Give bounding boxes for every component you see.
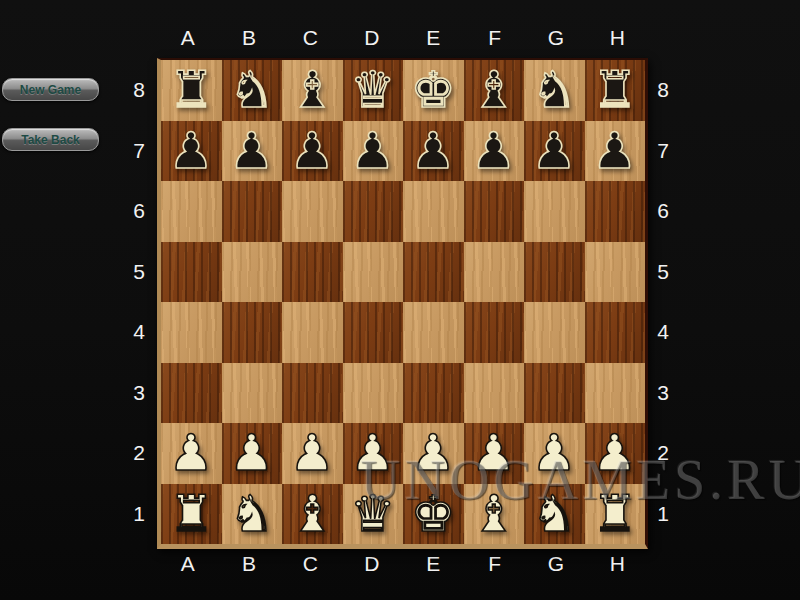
file-label-bottom-c: C xyxy=(280,552,341,576)
square-c6[interactable] xyxy=(282,181,343,242)
piece-white-rook[interactable]: ♜ xyxy=(161,484,222,545)
square-e7[interactable]: ♟ xyxy=(403,121,464,182)
square-b1[interactable]: ♞ xyxy=(222,484,283,545)
piece-black-knight[interactable]: ♞ xyxy=(222,60,283,121)
square-d8[interactable]: ♛ xyxy=(343,60,404,121)
piece-white-pawn[interactable]: ♟ xyxy=(161,423,222,484)
piece-white-rook[interactable]: ♜ xyxy=(585,484,646,545)
square-f1[interactable]: ♝ xyxy=(464,484,525,545)
file-label-top-f: F xyxy=(464,26,525,50)
piece-black-bishop[interactable]: ♝ xyxy=(464,60,525,121)
square-a4[interactable] xyxy=(161,302,222,363)
file-label-top-c: C xyxy=(280,26,341,50)
square-a7[interactable]: ♟ xyxy=(161,121,222,182)
square-c1[interactable]: ♝ xyxy=(282,484,343,545)
square-a5[interactable] xyxy=(161,242,222,303)
square-c2[interactable]: ♟ xyxy=(282,423,343,484)
file-label-bottom-a: A xyxy=(157,552,218,576)
piece-black-pawn[interactable]: ♟ xyxy=(585,121,646,182)
square-f2[interactable]: ♟ xyxy=(464,423,525,484)
square-d6[interactable] xyxy=(343,181,404,242)
piece-black-pawn[interactable]: ♟ xyxy=(403,121,464,182)
piece-white-pawn[interactable]: ♟ xyxy=(222,423,283,484)
square-e5[interactable] xyxy=(403,242,464,303)
piece-black-king[interactable]: ♚ xyxy=(403,60,464,121)
square-g6[interactable] xyxy=(524,181,585,242)
square-c3[interactable] xyxy=(282,363,343,424)
piece-white-pawn[interactable]: ♟ xyxy=(343,423,404,484)
square-b8[interactable]: ♞ xyxy=(222,60,283,121)
take-back-button[interactable]: Take Back xyxy=(2,128,99,151)
piece-white-pawn[interactable]: ♟ xyxy=(282,423,343,484)
square-f8[interactable]: ♝ xyxy=(464,60,525,121)
piece-white-bishop[interactable]: ♝ xyxy=(464,484,525,545)
chess-app-window: New Game Take Back ABCDEFGH ABCDEFGH 876… xyxy=(0,0,800,600)
square-h1[interactable]: ♜ xyxy=(585,484,646,545)
rank-label-right-8: 8 xyxy=(648,60,678,121)
square-h6[interactable] xyxy=(585,181,646,242)
square-d3[interactable] xyxy=(343,363,404,424)
rank-labels-left: 87654321 xyxy=(124,60,154,544)
piece-white-pawn[interactable]: ♟ xyxy=(585,423,646,484)
square-d7[interactable]: ♟ xyxy=(343,121,404,182)
piece-white-knight[interactable]: ♞ xyxy=(524,484,585,545)
rank-label-right-5: 5 xyxy=(648,242,678,303)
rank-label-left-7: 7 xyxy=(124,121,154,182)
square-h5[interactable] xyxy=(585,242,646,303)
square-e1[interactable]: ♚ xyxy=(403,484,464,545)
square-h2[interactable]: ♟ xyxy=(585,423,646,484)
rank-labels-right: 87654321 xyxy=(648,60,678,544)
square-e4[interactable] xyxy=(403,302,464,363)
square-g5[interactable] xyxy=(524,242,585,303)
file-label-bottom-e: E xyxy=(403,552,464,576)
square-e2[interactable]: ♟ xyxy=(403,423,464,484)
square-g3[interactable] xyxy=(524,363,585,424)
piece-black-pawn[interactable]: ♟ xyxy=(222,121,283,182)
piece-black-pawn[interactable]: ♟ xyxy=(161,121,222,182)
square-g7[interactable]: ♟ xyxy=(524,121,585,182)
square-g4[interactable] xyxy=(524,302,585,363)
piece-white-pawn[interactable]: ♟ xyxy=(464,423,525,484)
piece-black-pawn[interactable]: ♟ xyxy=(464,121,525,182)
rank-label-left-3: 3 xyxy=(124,363,154,424)
rank-label-right-3: 3 xyxy=(648,363,678,424)
chess-board: ♜♞♝♛♚♝♞♜♟♟♟♟♟♟♟♟♟♟♟♟♟♟♟♟♜♞♝♛♚♝♞♜ xyxy=(161,60,645,544)
square-e8[interactable]: ♚ xyxy=(403,60,464,121)
piece-black-queen[interactable]: ♛ xyxy=(343,60,404,121)
piece-black-pawn[interactable]: ♟ xyxy=(282,121,343,182)
piece-black-pawn[interactable]: ♟ xyxy=(524,121,585,182)
rank-label-left-6: 6 xyxy=(124,181,154,242)
file-label-top-d: D xyxy=(341,26,402,50)
square-d5[interactable] xyxy=(343,242,404,303)
square-f5[interactable] xyxy=(464,242,525,303)
square-c5[interactable] xyxy=(282,242,343,303)
file-label-bottom-h: H xyxy=(587,552,648,576)
square-c4[interactable] xyxy=(282,302,343,363)
square-f7[interactable]: ♟ xyxy=(464,121,525,182)
square-d4[interactable] xyxy=(343,302,404,363)
square-b2[interactable]: ♟ xyxy=(222,423,283,484)
square-e6[interactable] xyxy=(403,181,464,242)
square-d2[interactable]: ♟ xyxy=(343,423,404,484)
new-game-button[interactable]: New Game xyxy=(2,78,99,101)
piece-white-pawn[interactable]: ♟ xyxy=(524,423,585,484)
square-a1[interactable]: ♜ xyxy=(161,484,222,545)
square-h3[interactable] xyxy=(585,363,646,424)
file-labels-bottom: ABCDEFGH xyxy=(157,552,648,576)
piece-white-king[interactable]: ♚ xyxy=(403,484,464,545)
square-g2[interactable]: ♟ xyxy=(524,423,585,484)
rank-label-left-8: 8 xyxy=(124,60,154,121)
rank-label-left-4: 4 xyxy=(124,302,154,363)
piece-black-bishop[interactable]: ♝ xyxy=(282,60,343,121)
piece-black-rook[interactable]: ♜ xyxy=(585,60,646,121)
square-a6[interactable] xyxy=(161,181,222,242)
square-h4[interactable] xyxy=(585,302,646,363)
file-label-bottom-g: G xyxy=(525,552,586,576)
piece-black-rook[interactable]: ♜ xyxy=(161,60,222,121)
square-b7[interactable]: ♟ xyxy=(222,121,283,182)
square-g8[interactable]: ♞ xyxy=(524,60,585,121)
square-d1[interactable]: ♛ xyxy=(343,484,404,545)
chess-board-frame: ♜♞♝♛♚♝♞♜♟♟♟♟♟♟♟♟♟♟♟♟♟♟♟♟♜♞♝♛♚♝♞♜ xyxy=(157,58,648,549)
square-b5[interactable] xyxy=(222,242,283,303)
file-label-top-a: A xyxy=(157,26,218,50)
rank-label-right-6: 6 xyxy=(648,181,678,242)
square-b3[interactable] xyxy=(222,363,283,424)
file-label-top-b: B xyxy=(218,26,279,50)
square-e3[interactable] xyxy=(403,363,464,424)
rank-label-right-1: 1 xyxy=(648,484,678,545)
rank-label-left-5: 5 xyxy=(124,242,154,303)
square-b6[interactable] xyxy=(222,181,283,242)
file-label-bottom-d: D xyxy=(341,552,402,576)
piece-white-queen[interactable]: ♛ xyxy=(343,484,404,545)
piece-black-knight[interactable]: ♞ xyxy=(524,60,585,121)
file-label-bottom-b: B xyxy=(218,552,279,576)
square-c8[interactable]: ♝ xyxy=(282,60,343,121)
file-label-top-h: H xyxy=(587,26,648,50)
file-label-bottom-f: F xyxy=(464,552,525,576)
square-f6[interactable] xyxy=(464,181,525,242)
file-label-top-e: E xyxy=(403,26,464,50)
file-labels-top: ABCDEFGH xyxy=(157,26,648,50)
piece-black-pawn[interactable]: ♟ xyxy=(343,121,404,182)
rank-label-left-2: 2 xyxy=(124,423,154,484)
rank-label-right-7: 7 xyxy=(648,121,678,182)
square-a2[interactable]: ♟ xyxy=(161,423,222,484)
square-f4[interactable] xyxy=(464,302,525,363)
square-a8[interactable]: ♜ xyxy=(161,60,222,121)
square-f3[interactable] xyxy=(464,363,525,424)
rank-label-right-4: 4 xyxy=(648,302,678,363)
file-label-top-g: G xyxy=(525,26,586,50)
square-g1[interactable]: ♞ xyxy=(524,484,585,545)
square-c7[interactable]: ♟ xyxy=(282,121,343,182)
square-h8[interactable]: ♜ xyxy=(585,60,646,121)
piece-white-bishop[interactable]: ♝ xyxy=(282,484,343,545)
rank-label-right-2: 2 xyxy=(648,423,678,484)
piece-white-knight[interactable]: ♞ xyxy=(222,484,283,545)
square-a3[interactable] xyxy=(161,363,222,424)
square-b4[interactable] xyxy=(222,302,283,363)
square-h7[interactable]: ♟ xyxy=(585,121,646,182)
rank-label-left-1: 1 xyxy=(124,484,154,545)
piece-white-pawn[interactable]: ♟ xyxy=(403,423,464,484)
